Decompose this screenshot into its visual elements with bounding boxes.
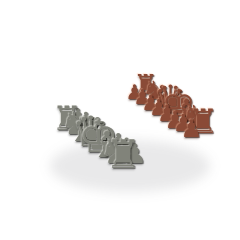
chess-set-photo: ♜♞♝♛♚♝♞♜♟♟♟♟♟♟♟♟♟♟♟♟♟♟♟♟♜♞♝♛♚♝♞♜ xyxy=(0,0,240,240)
silver-rook-h1: ♜ xyxy=(105,135,140,174)
copper-pawn-h7: ♟ xyxy=(181,117,203,141)
pieces-layer: ♜♞♝♛♚♝♞♜♟♟♟♟♟♟♟♟♟♟♟♟♟♟♟♟♜♞♝♛♚♝♞♜ xyxy=(0,0,240,240)
